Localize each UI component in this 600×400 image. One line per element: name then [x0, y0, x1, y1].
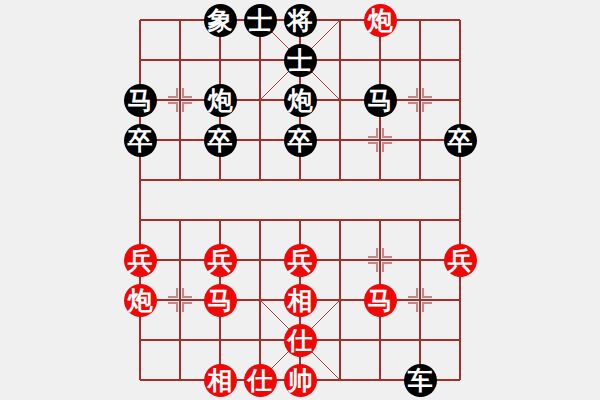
piece-red-general[interactable]: 帅 [284, 364, 317, 397]
piece-red-soldier[interactable]: 兵 [204, 244, 237, 277]
piece-red-advisor[interactable]: 仕 [284, 324, 317, 357]
piece-black-advisor[interactable]: 士 [284, 44, 317, 77]
piece-black-elephant[interactable]: 象 [204, 4, 237, 37]
piece-black-advisor[interactable]: 士 [244, 4, 277, 37]
piece-red-cannon[interactable]: 炮 [364, 4, 397, 37]
piece-red-soldier[interactable]: 兵 [284, 244, 317, 277]
xiangqi-board: 象士将炮士马炮炮马卒卒卒卒兵兵兵兵炮马相马仕相仕帅车 [120, 0, 480, 400]
piece-black-horse[interactable]: 马 [124, 84, 157, 117]
piece-red-soldier[interactable]: 兵 [444, 244, 477, 277]
piece-red-cannon[interactable]: 炮 [124, 284, 157, 317]
piece-red-advisor[interactable]: 仕 [244, 364, 277, 397]
xiangqi-app: 象士将炮士马炮炮马卒卒卒卒兵兵兵兵炮马相马仕相仕帅车 [0, 0, 600, 400]
piece-red-elephant[interactable]: 相 [284, 284, 317, 317]
piece-red-soldier[interactable]: 兵 [124, 244, 157, 277]
piece-black-cannon[interactable]: 炮 [204, 84, 237, 117]
piece-black-soldier[interactable]: 卒 [444, 124, 477, 157]
piece-black-soldier[interactable]: 卒 [204, 124, 237, 157]
piece-red-elephant[interactable]: 相 [204, 364, 237, 397]
piece-black-chariot[interactable]: 车 [404, 364, 437, 397]
piece-black-horse[interactable]: 马 [364, 84, 397, 117]
piece-black-soldier[interactable]: 卒 [124, 124, 157, 157]
piece-red-horse[interactable]: 马 [364, 284, 397, 317]
piece-black-general[interactable]: 将 [284, 4, 317, 37]
piece-red-horse[interactable]: 马 [204, 284, 237, 317]
piece-black-cannon[interactable]: 炮 [284, 84, 317, 117]
piece-black-soldier[interactable]: 卒 [284, 124, 317, 157]
